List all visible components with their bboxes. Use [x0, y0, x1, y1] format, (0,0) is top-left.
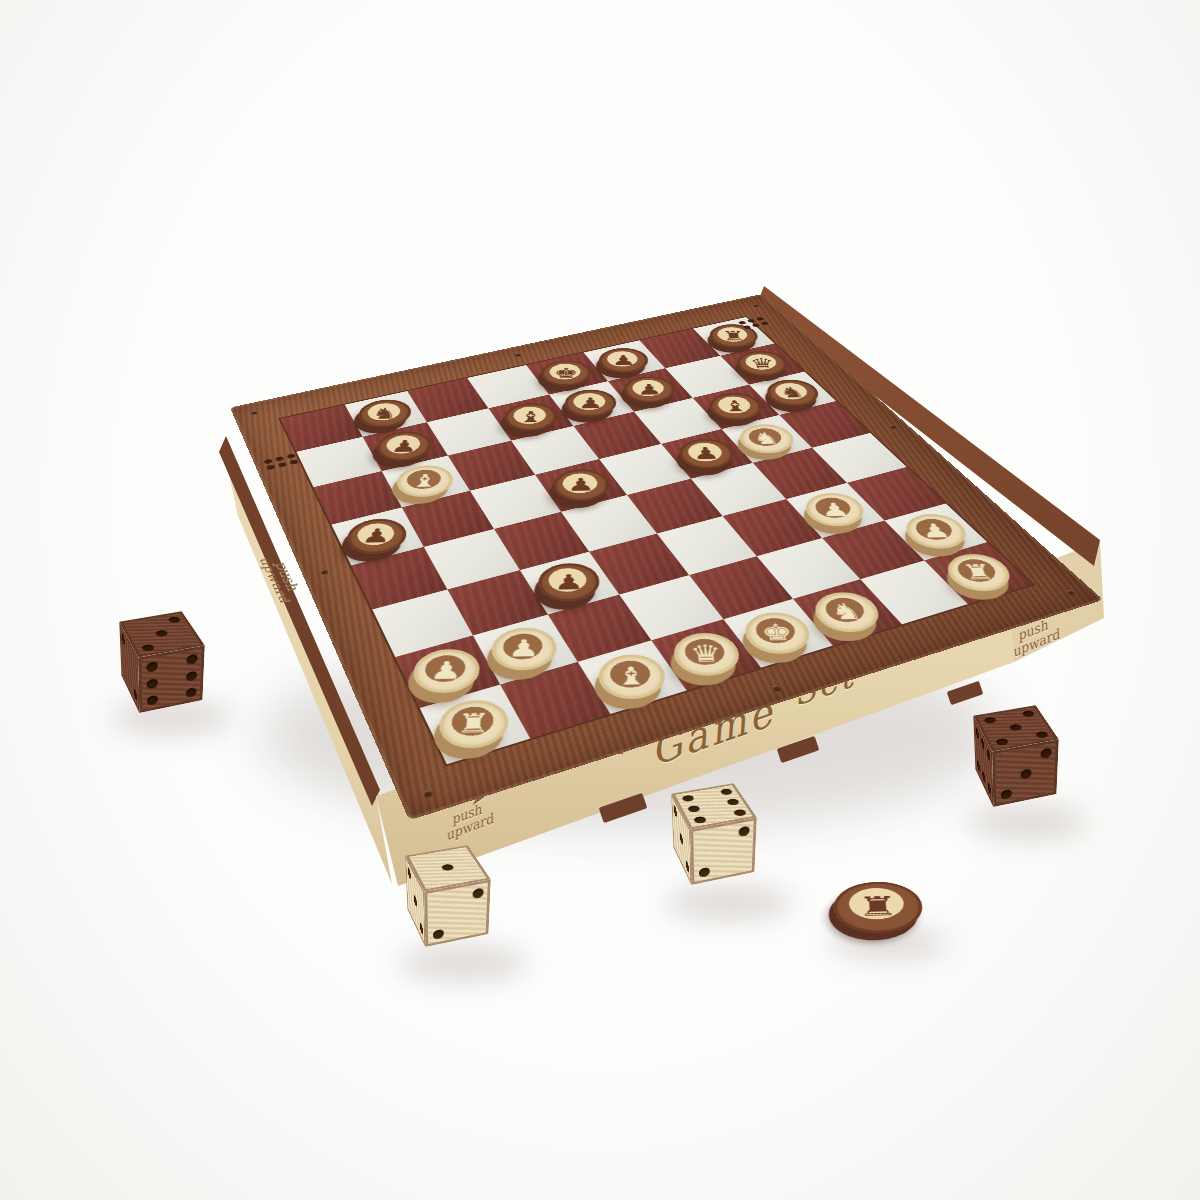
pawn-glyph: ♟ — [361, 526, 393, 546]
pawn-glyph: ♟ — [636, 382, 662, 397]
die-right-dark-wood-top-5[interactable] — [982, 722, 1048, 788]
die-pip — [1040, 747, 1051, 758]
die-face-fr-value-2 — [424, 879, 491, 947]
die-pip — [977, 759, 980, 774]
die-pip — [146, 678, 157, 689]
rook-glyph: ♜ — [456, 710, 492, 737]
die-center-light-wood-top-6[interactable] — [680, 800, 746, 866]
die-pip — [982, 770, 985, 785]
die-pip — [472, 887, 483, 898]
bishop-glyph: ♝ — [721, 399, 749, 414]
die-pip — [680, 831, 683, 846]
rail-dice-pips-decoration — [263, 453, 298, 470]
knight-glyph: ♞ — [752, 430, 781, 446]
die-pip — [186, 670, 197, 681]
die-pip — [725, 798, 739, 806]
die-pip — [988, 781, 991, 796]
die-face-fr-value-3 — [992, 739, 1059, 807]
pawn-glyph: ♟ — [567, 476, 595, 494]
die-pip — [692, 816, 707, 824]
rook-glyph: ♜ — [960, 562, 997, 583]
king-glyph: ♚ — [554, 366, 579, 380]
die-pip — [686, 859, 689, 874]
die-pip — [146, 661, 157, 673]
die-pip — [1020, 768, 1031, 779]
die-pip — [994, 738, 1009, 746]
die-face-fr-value-2 — [690, 817, 757, 885]
knight-glyph: ♞ — [371, 406, 400, 422]
die-pip — [976, 726, 979, 741]
die-pip — [987, 748, 990, 764]
die-pip — [1034, 731, 1049, 739]
die-pip — [981, 736, 984, 751]
die-pip — [134, 687, 137, 702]
pawn-glyph: ♟ — [429, 658, 464, 683]
die-pip — [420, 921, 423, 936]
die-pip — [146, 694, 157, 705]
die-pip — [408, 866, 411, 881]
pawn-glyph: ♟ — [918, 521, 953, 541]
die-shadow — [664, 886, 794, 920]
pawn-glyph: ♟ — [578, 395, 604, 410]
king-glyph: ♚ — [760, 621, 795, 644]
die-pip — [1000, 788, 1011, 799]
die-left-dark-wood-top-3[interactable] — [128, 628, 194, 694]
pawn-glyph: ♟ — [390, 438, 419, 455]
die-pip — [414, 893, 417, 908]
die-pip — [698, 866, 709, 877]
die-pip — [186, 653, 197, 664]
bishop-glyph: ♝ — [615, 664, 649, 689]
knight-glyph: ♞ — [778, 385, 806, 400]
knight-glyph: ♞ — [829, 600, 865, 623]
die-pip — [140, 644, 155, 652]
bishop-glyph: ♝ — [410, 472, 440, 490]
die-pip — [686, 805, 700, 813]
queen-glyph: ♛ — [689, 642, 724, 666]
die-pip — [432, 928, 443, 939]
pawn-glyph: ♟ — [818, 500, 851, 519]
die-pip — [122, 632, 125, 647]
die-shadow — [966, 806, 1086, 838]
die-pip — [1008, 723, 1022, 731]
die-pip — [732, 809, 747, 817]
pawn-glyph: ♟ — [611, 353, 636, 367]
die-pip — [719, 788, 733, 795]
queen-glyph: ♛ — [748, 356, 775, 370]
bishop-glyph: ♝ — [517, 409, 543, 425]
product-photo-scene: Game Set ➤push upward ➤push upward push … — [0, 0, 1200, 1200]
pawn-glyph: ♟ — [692, 445, 721, 462]
die-pip — [167, 616, 181, 623]
pawn-glyph: ♟ — [508, 637, 541, 661]
die-pip — [154, 629, 168, 637]
rook-glyph: ♜ — [721, 329, 747, 342]
pawn-glyph: ♟ — [554, 571, 584, 592]
die-pip — [440, 863, 454, 871]
die-shadow — [398, 946, 528, 980]
die-pip — [681, 794, 695, 801]
die-pip — [738, 825, 749, 836]
rook-glyph: ♜ — [857, 893, 900, 920]
die-pip — [1021, 710, 1035, 717]
die-pip — [185, 687, 196, 698]
die-bottom-left-light-wood-top-1[interactable] — [414, 862, 480, 928]
die-pip — [983, 716, 997, 723]
die-pip — [674, 804, 677, 819]
